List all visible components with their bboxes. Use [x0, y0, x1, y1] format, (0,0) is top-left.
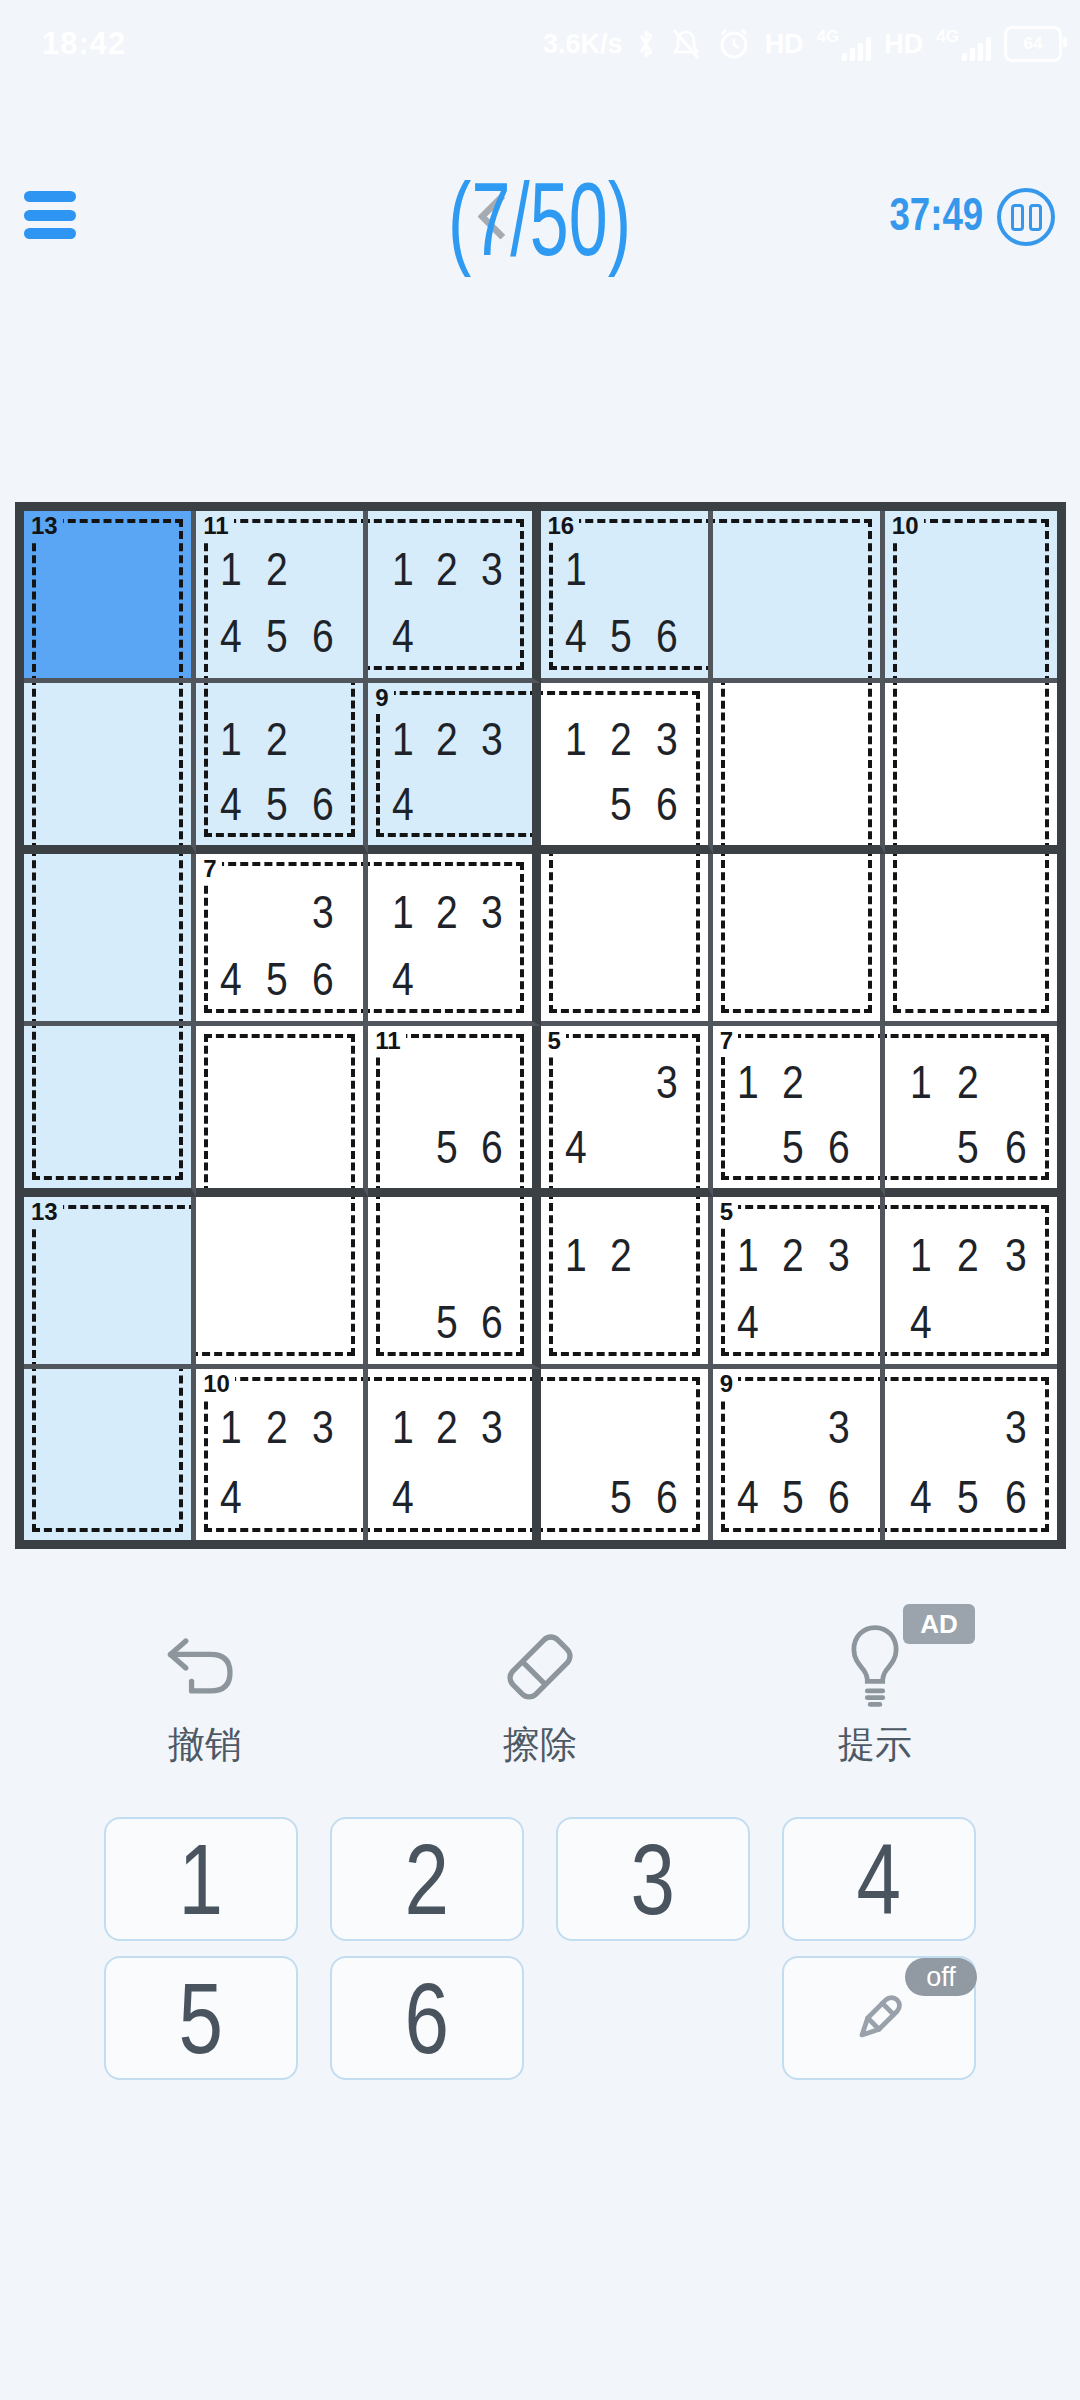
candidate-digit: 3	[480, 889, 502, 935]
candidate-digit: 5	[610, 781, 632, 827]
candidate-digit: 2	[266, 1404, 288, 1450]
candidate-digit: 4	[220, 781, 242, 827]
candidate-digit: 2	[266, 716, 288, 762]
candidate-digit: 2	[436, 1404, 458, 1450]
candidate-digit: 6	[312, 956, 334, 1002]
pause-button[interactable]	[997, 188, 1055, 246]
cage-border	[32, 519, 183, 683]
cell-r3c3[interactable]: 1234	[368, 854, 540, 1026]
cell-r1c2[interactable]: 1112456	[196, 511, 368, 683]
cage-sum: 5	[548, 1028, 566, 1056]
undo-button[interactable]: 撤销	[115, 1618, 295, 1770]
candidates: 1234	[897, 1221, 1039, 1356]
candidates: 3456	[897, 1393, 1039, 1533]
cage-sum: 7	[720, 1028, 738, 1056]
cage-border	[204, 1034, 355, 1195]
cage-border	[713, 519, 872, 683]
candidates: 56	[380, 1221, 513, 1356]
candidates: 56	[553, 1393, 690, 1533]
cage-sum: 10	[892, 513, 924, 541]
cell-r2c5[interactable]	[713, 683, 885, 855]
candidate-digit: 1	[220, 546, 242, 592]
numpad-button-5[interactable]: 5	[104, 1956, 298, 2080]
candidate-digit: 2	[782, 1232, 804, 1278]
cage-border	[721, 854, 872, 1013]
cell-r6c2[interactable]: 101234	[196, 1369, 368, 1541]
candidate-digit: 1	[392, 889, 414, 935]
candidate-digit: 3	[312, 1404, 334, 1450]
candidate-digit: 5	[266, 956, 288, 1002]
numpad-button-1[interactable]: 1	[104, 1817, 298, 1941]
candidate-digit: 6	[480, 1299, 502, 1345]
candidate-digit: 5	[782, 1124, 804, 1170]
sim2-signal: 4G	[936, 28, 991, 61]
candidate-digit: 5	[782, 1474, 804, 1520]
candidate-digit: 4	[910, 1474, 932, 1520]
candidate-digit: 6	[656, 613, 678, 659]
cell-r2c2[interactable]: 12456	[196, 683, 368, 855]
numpad-button-3[interactable]: 3	[556, 1817, 750, 1941]
battery-icon: 64	[1004, 26, 1062, 62]
candidates: 3456	[208, 878, 345, 1013]
undo-label: 撤销	[168, 1720, 242, 1770]
undo-icon	[157, 1618, 253, 1714]
candidate-digit: 5	[436, 1299, 458, 1345]
candidate-digit: 3	[656, 716, 678, 762]
candidate-digit: 5	[957, 1124, 979, 1170]
candidate-digit: 1	[392, 716, 414, 762]
cage-sum: 7	[203, 856, 221, 884]
numpad-digit: 1	[179, 1829, 224, 1929]
cage-sum: 11	[375, 1028, 405, 1056]
cage-sum: 9	[720, 1371, 738, 1399]
cell-r3c2[interactable]: 73456	[196, 854, 368, 1026]
candidate-digit: 4	[392, 781, 414, 827]
candidates: 34	[553, 1050, 690, 1181]
cell-r1c3[interactable]: 1234	[368, 511, 540, 683]
candidate-digit: 3	[480, 1404, 502, 1450]
numpad-button-6[interactable]: 6	[330, 1956, 524, 2080]
cage-sum: 11	[203, 513, 233, 541]
sim1-signal: 4G	[817, 28, 872, 61]
candidate-digit: 3	[312, 889, 334, 935]
candidate-digit: 4	[220, 613, 242, 659]
cage-border	[196, 1197, 355, 1356]
numpad-digit: 2	[405, 1829, 450, 1929]
candidate-digit: 6	[656, 781, 678, 827]
candidates: 12	[553, 1221, 690, 1356]
cell-r2c1[interactable]	[24, 683, 196, 855]
candidate-digit: 5	[610, 1474, 632, 1520]
candidate-digit: 4	[392, 956, 414, 1002]
cage-border	[32, 1205, 196, 1369]
candidate-digit: 3	[1004, 1404, 1026, 1450]
candidate-digit: 4	[737, 1474, 759, 1520]
candidate-digit: 1	[564, 716, 586, 762]
eraser-icon	[492, 1618, 588, 1714]
candidate-digit: 6	[828, 1474, 850, 1520]
cage-border	[893, 854, 1049, 1013]
candidate-digit: 3	[828, 1232, 850, 1278]
cell-r5c2[interactable]	[196, 1197, 368, 1369]
candidate-digit: 1	[220, 1404, 242, 1450]
cage-border	[32, 1369, 183, 1533]
numpad-digit: 6	[405, 1968, 450, 2068]
cell-r4c1[interactable]	[24, 1026, 196, 1198]
candidates: 12456	[208, 707, 345, 838]
candidate-digit: 4	[220, 1474, 242, 1520]
candidate-digit: 5	[436, 1124, 458, 1170]
numpad-digit: 3	[631, 1829, 676, 1929]
candidates: 12356	[553, 707, 690, 838]
candidates: 1234	[725, 1221, 862, 1356]
sim2-net-type: 4G	[936, 28, 959, 45]
cell-r5c4[interactable]: 12	[541, 1197, 713, 1369]
net-speed-text: 3.6K/s	[543, 29, 623, 60]
cell-r6c1[interactable]	[24, 1369, 196, 1541]
cell-r4c6[interactable]: 1256	[885, 1026, 1057, 1198]
candidate-digit: 5	[957, 1474, 979, 1520]
cage-border	[893, 683, 1049, 852]
erase-label: 擦除	[503, 1720, 577, 1770]
timer: 37:49	[863, 186, 983, 242]
pause-icon	[1011, 204, 1024, 231]
cage-sum: 13	[31, 1199, 63, 1227]
cell-r2c3[interactable]: 91234	[368, 683, 540, 855]
candidate-digit: 6	[656, 1474, 678, 1520]
candidate-digit: 6	[480, 1124, 502, 1170]
candidate-digit: 1	[737, 1059, 759, 1105]
signal-bars-icon	[962, 37, 991, 61]
cage-sum: 10	[203, 1371, 235, 1399]
candidate-digit: 4	[737, 1299, 759, 1345]
status-icons: 3.6K/s HD 4G HD 4G 64	[543, 22, 1062, 66]
candidate-digit: 6	[828, 1124, 850, 1170]
cage-border	[549, 854, 700, 1013]
cage-sum: 16	[548, 513, 580, 541]
mute-bell-icon	[669, 27, 703, 61]
alarm-clock-icon	[716, 26, 752, 62]
cell-r6c3[interactable]: 1234	[368, 1369, 540, 1541]
candidate-digit: 3	[1004, 1232, 1026, 1278]
pencil-off-badge: off	[905, 1958, 977, 1996]
candidate-digit: 2	[957, 1059, 979, 1105]
cage-border	[893, 519, 1049, 683]
cage-sum: 13	[31, 513, 63, 541]
battery-level: 64	[1024, 34, 1043, 54]
cell-r2c4[interactable]: 12356	[541, 683, 713, 855]
candidates: 56	[380, 1050, 513, 1181]
candidate-digit: 1	[737, 1232, 759, 1278]
candidate-digit: 1	[564, 546, 586, 592]
candidate-digit: 6	[1004, 1474, 1026, 1520]
cage-sum: 5	[720, 1199, 738, 1227]
candidates: 1234	[380, 1393, 513, 1533]
candidate-digit: 1	[910, 1232, 932, 1278]
cell-r6c4[interactable]: 56	[541, 1369, 713, 1541]
candidates: 1234	[380, 707, 513, 838]
candidates: 1234	[380, 878, 513, 1013]
cell-r1c4[interactable]: 161456	[541, 511, 713, 683]
status-bar: 18:42 3.6K/s HD 4G HD 4G 64	[0, 0, 1080, 70]
cell-r5c6[interactable]: 1234	[885, 1197, 1057, 1369]
numpad-digit: 4	[857, 1829, 902, 1929]
candidates: 3456	[725, 1393, 862, 1533]
cage-sum: 9	[375, 685, 393, 713]
candidate-digit: 3	[480, 546, 502, 592]
candidates: 12456	[208, 535, 345, 670]
sim1-hd-badge: HD	[765, 29, 804, 60]
cell-r1c1[interactable]: 13	[24, 511, 196, 683]
numpad-button-2[interactable]: 2	[330, 1817, 524, 1941]
erase-button[interactable]: 擦除	[450, 1618, 630, 1770]
candidate-digit: 2	[436, 889, 458, 935]
candidates: 1234	[208, 1393, 345, 1533]
candidate-digit: 2	[610, 1232, 632, 1278]
candidate-digit: 3	[656, 1059, 678, 1105]
cell-r4c5[interactable]: 71256	[713, 1026, 885, 1198]
candidate-digit: 2	[266, 546, 288, 592]
numpad-button-4[interactable]: 4	[782, 1817, 976, 1941]
numpad-digit: 5	[179, 1968, 224, 2068]
candidates: 1256	[725, 1050, 862, 1181]
candidate-digit: 4	[910, 1299, 932, 1345]
cell-r3c6[interactable]	[885, 854, 1057, 1026]
cell-r6c6[interactable]: 3456	[885, 1369, 1057, 1541]
cell-r4c4[interactable]: 534	[541, 1026, 713, 1198]
candidate-digit: 4	[392, 1474, 414, 1520]
candidate-digit: 4	[220, 956, 242, 1002]
killer-sudoku-board: 1311124561234161456101245691234123567345…	[15, 502, 1066, 1549]
cell-r3c4[interactable]	[541, 854, 713, 1026]
candidate-digit: 1	[910, 1059, 932, 1105]
hint-label: 提示	[838, 1720, 912, 1770]
cage-border	[32, 854, 183, 1026]
candidate-digit: 1	[564, 1232, 586, 1278]
cell-r5c3[interactable]: 56	[368, 1197, 540, 1369]
candidate-digit: 3	[480, 716, 502, 762]
candidate-digit: 2	[610, 716, 632, 762]
candidate-digit: 1	[392, 1404, 414, 1450]
candidate-digit: 2	[436, 546, 458, 592]
candidates: 1234	[380, 535, 513, 670]
candidate-digit: 6	[312, 781, 334, 827]
cell-r6c5[interactable]: 93456	[713, 1369, 885, 1541]
sim2-hd-badge: HD	[884, 29, 923, 60]
candidate-digit: 3	[828, 1404, 850, 1450]
pause-icon	[1029, 204, 1042, 231]
cage-border	[32, 1026, 183, 1181]
cell-r4c3[interactable]: 1156	[368, 1026, 540, 1198]
candidate-digit: 2	[436, 716, 458, 762]
cell-r3c1[interactable]	[24, 854, 196, 1026]
cell-r5c1[interactable]: 13	[24, 1197, 196, 1369]
candidate-digit: 4	[392, 613, 414, 659]
candidate-digit: 5	[266, 781, 288, 827]
bluetooth-icon	[636, 27, 656, 61]
ad-badge: AD	[903, 1604, 975, 1644]
status-time: 18:42	[42, 26, 126, 62]
cage-border	[721, 683, 872, 852]
candidate-digit: 4	[564, 1124, 586, 1170]
candidates: 1256	[897, 1050, 1039, 1181]
candidates: 1456	[553, 535, 690, 670]
candidate-digit: 6	[1004, 1124, 1026, 1170]
pencil-icon	[839, 1978, 919, 2058]
candidate-digit: 1	[392, 546, 414, 592]
signal-bars-icon	[842, 37, 871, 61]
cell-r5c5[interactable]: 51234	[713, 1197, 885, 1369]
cage-border	[32, 683, 183, 852]
candidate-digit: 4	[564, 613, 586, 659]
candidate-digit: 6	[312, 613, 334, 659]
cell-r2c6[interactable]	[885, 683, 1057, 855]
candidate-digit: 2	[782, 1059, 804, 1105]
candidate-digit: 2	[957, 1232, 979, 1278]
sim1-net-type: 4G	[817, 28, 840, 45]
cell-r3c5[interactable]	[713, 854, 885, 1026]
cell-r4c2[interactable]	[196, 1026, 368, 1198]
cell-r1c6[interactable]: 10	[885, 511, 1057, 683]
candidate-digit: 1	[220, 716, 242, 762]
cell-r1c5[interactable]	[713, 511, 885, 683]
candidate-digit: 5	[610, 613, 632, 659]
candidate-digit: 5	[266, 613, 288, 659]
